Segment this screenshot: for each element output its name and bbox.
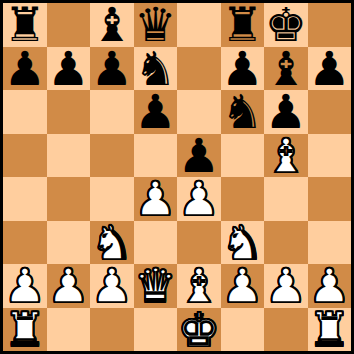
- chess-board: ♜︎♝︎♛︎♜︎♚︎♟︎♟︎♟︎♞︎♟︎♝︎♟︎♟︎♞︎♟︎♟︎♝︎♟︎♟︎♞︎…: [3, 3, 351, 351]
- square-e7[interactable]: [177, 47, 221, 91]
- square-a5[interactable]: [3, 134, 47, 178]
- square-e6[interactable]: [177, 90, 221, 134]
- square-b5[interactable]: [47, 134, 91, 178]
- square-d2[interactable]: ♛︎: [134, 264, 178, 308]
- black-bishop-piece: ♝︎: [91, 3, 133, 47]
- white-pawn-piece: ♟︎: [134, 177, 176, 221]
- square-d1[interactable]: [134, 308, 178, 352]
- square-d4[interactable]: ♟︎: [134, 177, 178, 221]
- square-f3[interactable]: ♞︎: [221, 221, 265, 265]
- square-b4[interactable]: [47, 177, 91, 221]
- white-pawn-piece: ♟︎: [47, 264, 89, 308]
- black-king-piece: ♚︎: [265, 3, 307, 47]
- square-g5[interactable]: ♝︎: [264, 134, 308, 178]
- white-knight-piece: ♞︎: [91, 221, 133, 265]
- square-e5[interactable]: ♟︎: [177, 134, 221, 178]
- black-pawn-piece: ♟︎: [308, 47, 350, 91]
- square-e8[interactable]: [177, 3, 221, 47]
- square-e2[interactable]: ♝︎: [177, 264, 221, 308]
- black-pawn-piece: ♟︎: [221, 47, 263, 91]
- square-e3[interactable]: [177, 221, 221, 265]
- square-b8[interactable]: [47, 3, 91, 47]
- square-h3[interactable]: [308, 221, 352, 265]
- square-a3[interactable]: [3, 221, 47, 265]
- white-pawn-piece: ♟︎: [308, 264, 350, 308]
- square-g7[interactable]: ♝︎: [264, 47, 308, 91]
- white-knight-piece: ♞︎: [221, 221, 263, 265]
- square-c6[interactable]: [90, 90, 134, 134]
- square-g3[interactable]: [264, 221, 308, 265]
- black-knight-piece: ♞︎: [221, 90, 263, 134]
- square-c3[interactable]: ♞︎: [90, 221, 134, 265]
- white-rook-piece: ♜︎: [4, 308, 46, 352]
- square-f2[interactable]: ♟︎: [221, 264, 265, 308]
- square-g2[interactable]: ♟︎: [264, 264, 308, 308]
- square-g4[interactable]: [264, 177, 308, 221]
- black-pawn-piece: ♟︎: [91, 47, 133, 91]
- chess-board-frame: ♜︎♝︎♛︎♜︎♚︎♟︎♟︎♟︎♞︎♟︎♝︎♟︎♟︎♞︎♟︎♟︎♝︎♟︎♟︎♞︎…: [0, 0, 354, 354]
- square-a4[interactable]: [3, 177, 47, 221]
- square-a6[interactable]: [3, 90, 47, 134]
- black-queen-piece: ♛︎: [134, 3, 176, 47]
- square-c4[interactable]: [90, 177, 134, 221]
- square-e1[interactable]: ♚︎: [177, 308, 221, 352]
- black-pawn-piece: ♟︎: [178, 134, 220, 178]
- square-h7[interactable]: ♟︎: [308, 47, 352, 91]
- square-g6[interactable]: ♟︎: [264, 90, 308, 134]
- square-a2[interactable]: ♟︎: [3, 264, 47, 308]
- black-pawn-piece: ♟︎: [4, 47, 46, 91]
- square-f8[interactable]: ♜︎: [221, 3, 265, 47]
- square-b6[interactable]: [47, 90, 91, 134]
- square-h4[interactable]: [308, 177, 352, 221]
- black-rook-piece: ♜︎: [221, 3, 263, 47]
- square-d7[interactable]: ♞︎: [134, 47, 178, 91]
- square-b2[interactable]: ♟︎: [47, 264, 91, 308]
- square-a1[interactable]: ♜︎: [3, 308, 47, 352]
- square-c8[interactable]: ♝︎: [90, 3, 134, 47]
- square-f1[interactable]: [221, 308, 265, 352]
- square-e4[interactable]: ♟︎: [177, 177, 221, 221]
- square-b7[interactable]: ♟︎: [47, 47, 91, 91]
- square-f5[interactable]: [221, 134, 265, 178]
- white-bishop-piece: ♝︎: [265, 134, 307, 178]
- square-f7[interactable]: ♟︎: [221, 47, 265, 91]
- square-d5[interactable]: [134, 134, 178, 178]
- white-pawn-piece: ♟︎: [178, 177, 220, 221]
- black-knight-piece: ♞︎: [134, 47, 176, 91]
- black-bishop-piece: ♝︎: [265, 47, 307, 91]
- white-king-piece: ♚︎: [178, 308, 220, 352]
- square-h8[interactable]: [308, 3, 352, 47]
- square-d8[interactable]: ♛︎: [134, 3, 178, 47]
- square-b3[interactable]: [47, 221, 91, 265]
- white-rook-piece: ♜︎: [308, 308, 350, 352]
- square-h2[interactable]: ♟︎: [308, 264, 352, 308]
- black-pawn-piece: ♟︎: [47, 47, 89, 91]
- black-pawn-piece: ♟︎: [134, 90, 176, 134]
- white-pawn-piece: ♟︎: [265, 264, 307, 308]
- square-c5[interactable]: [90, 134, 134, 178]
- white-queen-piece: ♛︎: [134, 264, 176, 308]
- square-h1[interactable]: ♜︎: [308, 308, 352, 352]
- white-pawn-piece: ♟︎: [221, 264, 263, 308]
- black-rook-piece: ♜︎: [4, 3, 46, 47]
- black-pawn-piece: ♟︎: [265, 90, 307, 134]
- square-c1[interactable]: [90, 308, 134, 352]
- square-b1[interactable]: [47, 308, 91, 352]
- square-c2[interactable]: ♟︎: [90, 264, 134, 308]
- square-a7[interactable]: ♟︎: [3, 47, 47, 91]
- square-d6[interactable]: ♟︎: [134, 90, 178, 134]
- square-a8[interactable]: ♜︎: [3, 3, 47, 47]
- white-bishop-piece: ♝︎: [178, 264, 220, 308]
- square-h6[interactable]: [308, 90, 352, 134]
- square-f4[interactable]: [221, 177, 265, 221]
- square-f6[interactable]: ♞︎: [221, 90, 265, 134]
- square-d3[interactable]: [134, 221, 178, 265]
- square-h5[interactable]: [308, 134, 352, 178]
- square-g8[interactable]: ♚︎: [264, 3, 308, 47]
- white-pawn-piece: ♟︎: [4, 264, 46, 308]
- square-g1[interactable]: [264, 308, 308, 352]
- square-c7[interactable]: ♟︎: [90, 47, 134, 91]
- white-pawn-piece: ♟︎: [91, 264, 133, 308]
